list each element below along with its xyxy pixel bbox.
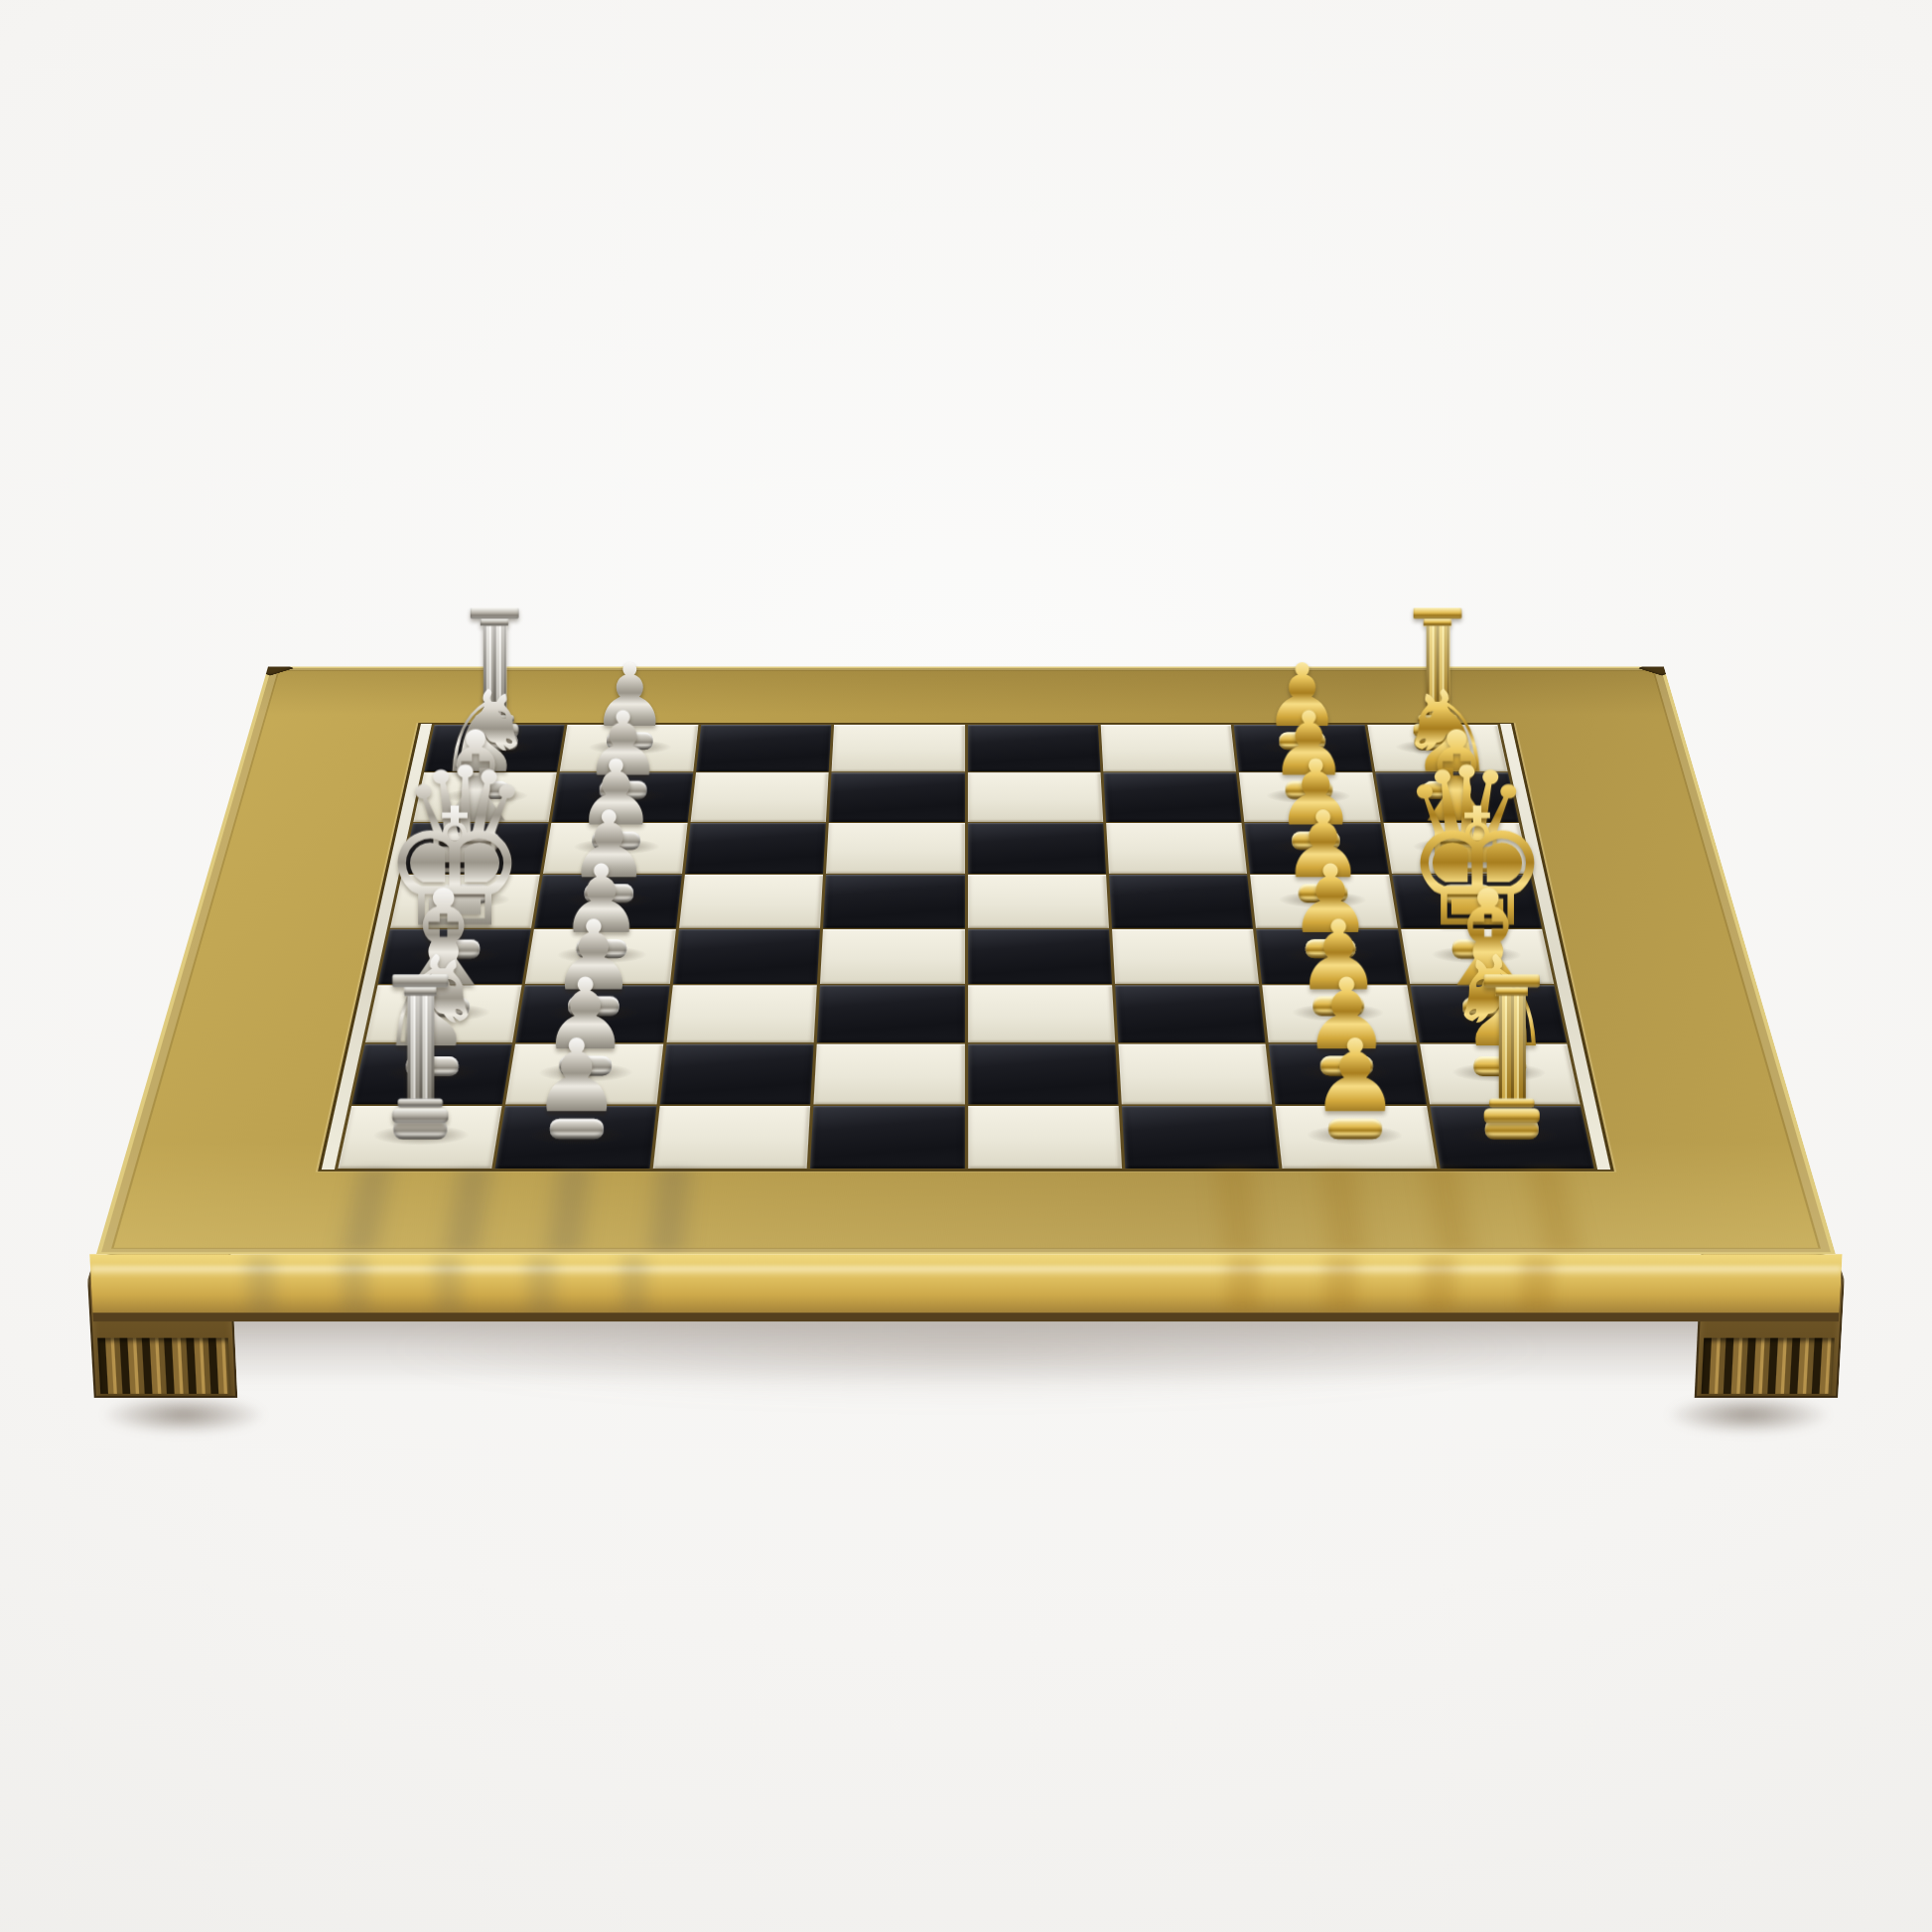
gold-rook-figure [1421, 974, 1603, 1139]
square-h4[interactable] [810, 1106, 964, 1169]
foot-flutes [1702, 1338, 1835, 1394]
rook-slab [1413, 608, 1461, 619]
silver-pawn-figure: ♟ [485, 1031, 668, 1140]
silver-rook-figure [330, 974, 512, 1139]
rook-neck [1495, 987, 1527, 996]
square-a4[interactable] [832, 725, 965, 771]
gold-pawn-figure: ♟ [1265, 1031, 1448, 1140]
rook-ring1 [1489, 1099, 1534, 1108]
square-f3[interactable] [666, 985, 817, 1042]
square-b2[interactable] [552, 773, 693, 822]
square-f6[interactable] [1115, 985, 1266, 1042]
silver-pieces-reflection [343, 1169, 750, 1251]
square-c3[interactable] [685, 823, 826, 874]
square-b3[interactable] [690, 773, 828, 822]
square-h3[interactable] [653, 1106, 811, 1169]
doric-column-rook-icon [1483, 974, 1539, 1123]
square-a2[interactable] [560, 725, 698, 771]
rook-ring2 [392, 1108, 448, 1123]
doric-column-rook-icon [392, 974, 448, 1123]
pawn-glyph-icon: ♟ [1311, 1031, 1401, 1123]
square-f4[interactable] [817, 985, 965, 1042]
photo-background: ♟♟♞♟♟♞♝♟♟♝♛♟♟♛♚♟♟♚♝♟♟♝♞♟♟♞♟♟ [0, 0, 1932, 1932]
rook-slab [471, 608, 519, 619]
back-left-foot-tab [250, 667, 293, 676]
square-d6[interactable] [1109, 875, 1253, 927]
square-a8[interactable] [1367, 725, 1508, 771]
rook-neck [481, 619, 508, 625]
square-e6[interactable] [1112, 929, 1259, 985]
square-d4[interactable] [823, 875, 964, 927]
rook-ring2 [1483, 1108, 1539, 1123]
square-g6[interactable] [1118, 1044, 1272, 1105]
rook-neck [404, 987, 436, 996]
square-a1[interactable] [424, 725, 565, 771]
rook-shaft [1498, 996, 1525, 1099]
square-g5[interactable] [968, 1044, 1119, 1105]
rook-slab [392, 974, 448, 987]
rook-ring1 [398, 1099, 443, 1108]
square-b6[interactable] [1103, 773, 1241, 822]
front-face-reflection-right [1226, 1254, 1595, 1312]
square-a6[interactable] [1101, 725, 1237, 771]
rook-neck [1424, 619, 1451, 625]
square-g3[interactable] [660, 1044, 814, 1105]
rook-shaft [407, 996, 434, 1099]
square-e4[interactable] [820, 929, 964, 985]
square-e3[interactable] [673, 929, 820, 985]
square-f5[interactable] [968, 985, 1116, 1042]
square-d5[interactable] [967, 875, 1108, 927]
square-h5[interactable] [968, 1106, 1122, 1169]
chess-board: ♟♟♞♟♟♞♝♟♟♝♛♟♟♛♚♟♟♚♝♟♟♝♞♟♟♞♟♟ [96, 667, 1836, 1255]
square-b4[interactable] [829, 773, 965, 822]
pawn-glyph-icon: ♟ [531, 1031, 621, 1123]
rook-slab [1483, 974, 1539, 987]
scene-3d: ♟♟♞♟♟♞♝♟♟♝♛♟♟♛♚♟♟♚♝♟♟♝♞♟♟♞♟♟ [0, 0, 1932, 1932]
back-right-foot-tab [1638, 667, 1681, 676]
square-e5[interactable] [968, 929, 1112, 985]
square-c4[interactable] [826, 823, 964, 874]
square-c6[interactable] [1106, 823, 1247, 874]
square-b5[interactable] [967, 773, 1103, 822]
square-h6[interactable] [1122, 1106, 1280, 1169]
square-a5[interactable] [967, 725, 1100, 771]
square-b7[interactable] [1239, 773, 1380, 822]
board-front-face [89, 1254, 1842, 1321]
square-a3[interactable] [696, 725, 832, 771]
square-c5[interactable] [967, 823, 1105, 874]
front-face-reflection-left [246, 1254, 648, 1312]
foot-flutes [97, 1338, 230, 1394]
square-d3[interactable] [679, 875, 823, 927]
square-g4[interactable] [814, 1044, 965, 1105]
gold-pieces-reflection [1215, 1169, 1600, 1251]
square-a7[interactable] [1234, 725, 1372, 771]
